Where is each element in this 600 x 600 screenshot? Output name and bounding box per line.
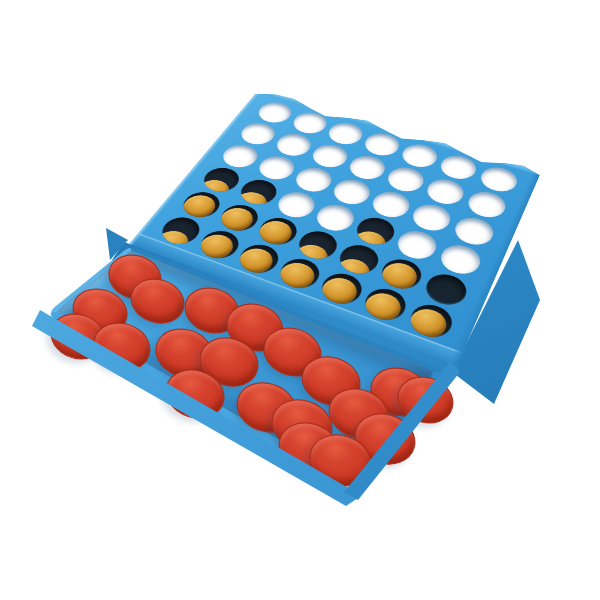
board-cell-r1c6[interactable]	[436, 152, 480, 183]
board-cell-r1c7[interactable]	[476, 164, 520, 196]
board-cell-r3c4[interactable]	[328, 176, 375, 208]
board-cell-r5c5[interactable]	[334, 241, 384, 279]
board-cell-r5c4[interactable]	[293, 227, 343, 263]
board-cell-r2c3[interactable]	[307, 141, 352, 171]
board-cell-r2c4[interactable]	[345, 152, 390, 183]
board-cell-r3c7[interactable]	[450, 213, 497, 248]
board-cell-r4c2[interactable]	[235, 176, 283, 208]
board-cell-r2c5[interactable]	[383, 164, 428, 195]
board-cell-r2c6[interactable]	[423, 176, 469, 208]
board-cell-r3c5[interactable]	[368, 188, 415, 221]
board-cell-r4c7[interactable]	[436, 241, 485, 279]
board-cell-r2c1[interactable]	[236, 120, 280, 148]
board-cell-r5c1[interactable]	[177, 188, 226, 221]
board-cell-r1c3[interactable]	[324, 120, 367, 148]
board-cell-r5c3[interactable]	[253, 214, 302, 249]
board-cell-r4c6[interactable]	[393, 227, 442, 263]
board-cell-r4c5[interactable]	[351, 213, 399, 248]
board-cell-r4c4[interactable]	[311, 201, 359, 235]
board-cell-r1c4[interactable]	[360, 130, 404, 159]
board-cell-r4c1[interactable]	[198, 164, 245, 195]
board-cell-r2c2[interactable]	[271, 130, 316, 159]
connect-four-case	[0, 0, 600, 600]
board-cell-r2c7[interactable]	[464, 188, 510, 221]
board-cell-r1c2[interactable]	[288, 109, 331, 136]
board-cell-r5c7[interactable]	[421, 269, 472, 309]
board-cell-r1c1[interactable]	[254, 99, 297, 126]
board-cell-r3c2[interactable]	[253, 153, 299, 183]
board-top-rim	[256, 88, 542, 175]
board-cell-r3c1[interactable]	[218, 141, 264, 171]
board-cell-r3c3[interactable]	[290, 164, 336, 195]
board-cell-r1c5[interactable]	[398, 141, 442, 171]
board-cell-r4c3[interactable]	[272, 188, 320, 221]
board-cell-r3c6[interactable]	[408, 201, 455, 235]
board-cell-r5c2[interactable]	[215, 201, 264, 235]
board-cell-r5c6[interactable]	[377, 255, 427, 294]
